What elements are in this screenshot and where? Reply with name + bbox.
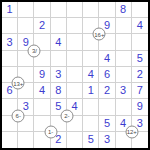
cell-r2c2[interactable]	[18, 18, 34, 34]
cell-r2c3: 2	[34, 18, 50, 34]
cell-r1c6[interactable]	[83, 2, 99, 18]
cell-r7c9: 9	[132, 99, 148, 115]
cell-r4c1[interactable]	[2, 51, 18, 67]
cell-r9c7: 3	[99, 132, 115, 148]
cell-r4c6[interactable]	[83, 51, 99, 67]
cell-r2c1[interactable]	[2, 18, 18, 34]
cell-r5c5[interactable]	[67, 67, 83, 83]
mathrax-clue-circle-r8c3: 1-	[44, 125, 57, 138]
cell-r3c5[interactable]	[67, 34, 83, 50]
cell-r4c7: 4	[99, 51, 115, 67]
cell-r6c4: 8	[51, 83, 67, 99]
cell-r5c6: 4	[83, 67, 99, 83]
cell-r1c7[interactable]	[99, 2, 115, 18]
mathrax-clue-circle-r7c4: 2-	[60, 109, 73, 122]
cell-r4c4[interactable]	[51, 51, 67, 67]
cell-r1c4[interactable]	[51, 2, 67, 18]
cell-r6c6: 1	[83, 83, 99, 99]
cell-r2c5[interactable]	[67, 18, 83, 34]
cell-r5c7: 6	[99, 67, 115, 83]
cell-r6c9: 7	[132, 83, 148, 99]
cell-r5c9: 2	[132, 67, 148, 83]
cell-r7c3[interactable]	[34, 99, 50, 115]
cell-r9c2[interactable]	[18, 132, 34, 148]
mathrax-clue-circle-r2c6: 16+	[93, 28, 106, 41]
cell-r7c6[interactable]	[83, 99, 99, 115]
cell-r4c9: 5	[132, 51, 148, 67]
cell-r9c1[interactable]	[2, 132, 18, 148]
mathrax-clue-circle-r5c1: 13+	[12, 77, 25, 90]
cell-r6c3: 4	[34, 83, 50, 99]
cell-r1c8: 8	[116, 2, 132, 18]
cell-r2c9: 4	[132, 18, 148, 34]
cell-r9c6: 5	[83, 132, 99, 148]
cell-r8c7: 5	[99, 116, 115, 132]
cell-r3c8[interactable]	[116, 34, 132, 50]
mathrax-board: 1829439445934626481237354954325316+3/13+…	[0, 0, 150, 150]
cell-r1c9[interactable]	[132, 2, 148, 18]
cell-r1c5[interactable]	[67, 2, 83, 18]
cell-r7c8[interactable]	[116, 99, 132, 115]
cell-r7c7[interactable]	[99, 99, 115, 115]
cell-r9c5[interactable]	[67, 132, 83, 148]
cell-r4c8[interactable]	[116, 51, 132, 67]
cell-r6c8: 3	[116, 83, 132, 99]
cell-r3c4: 4	[51, 34, 67, 50]
cell-r2c4[interactable]	[51, 18, 67, 34]
cell-r1c3[interactable]	[34, 2, 50, 18]
cell-r5c4: 3	[51, 67, 67, 83]
cell-r8c6[interactable]	[83, 116, 99, 132]
cell-r1c2[interactable]	[18, 2, 34, 18]
cell-r1c1: 1	[2, 2, 18, 18]
cell-r3c1: 3	[2, 34, 18, 50]
cell-r5c3: 9	[34, 67, 50, 83]
cell-r2c8[interactable]	[116, 18, 132, 34]
cell-r5c8[interactable]	[116, 67, 132, 83]
cell-r6c7: 2	[99, 83, 115, 99]
mathrax-clue-circle-r3c2: 3/	[28, 44, 41, 57]
cell-r3c9[interactable]	[132, 34, 148, 50]
cell-r4c5[interactable]	[67, 51, 83, 67]
mathrax-clue-circle-r8c8: 12+	[125, 125, 138, 138]
cell-r6c5[interactable]	[67, 83, 83, 99]
mathrax-clue-circle-r7c1: 6-	[12, 109, 25, 122]
